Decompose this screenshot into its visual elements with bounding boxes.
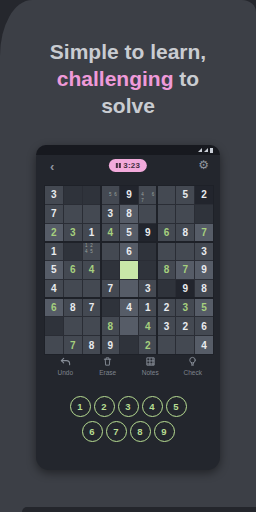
cell-r6c2[interactable] <box>64 280 82 298</box>
pencil-notes: 1245 <box>83 242 101 260</box>
numpad-button-3[interactable]: 3 <box>118 396 139 417</box>
cell-r8c2[interactable] <box>64 317 82 335</box>
back-button[interactable]: ‹ <box>50 160 54 173</box>
undo-label: Undo <box>57 369 73 376</box>
cell-r1c7[interactable] <box>158 186 176 204</box>
undo-icon <box>60 356 71 367</box>
erase-button[interactable]: Erase <box>87 356 130 376</box>
cell-r4c7[interactable] <box>158 242 176 260</box>
grid-icon <box>145 356 156 367</box>
cell-r4c4[interactable] <box>101 242 119 260</box>
cell-r9c3[interactable]: 8 <box>83 336 101 354</box>
cell-r3c5[interactable]: 5 <box>120 224 138 242</box>
cell-r1c3[interactable] <box>83 186 101 204</box>
lightbulb-icon <box>187 356 198 367</box>
cell-r9c9[interactable]: 4 <box>195 336 213 354</box>
cell-r6c6[interactable]: 3 <box>139 280 157 298</box>
cell-r9c2[interactable]: 7 <box>64 336 82 354</box>
cell-r1c9[interactable]: 2 <box>195 186 213 204</box>
pencil-notes: 467 <box>139 186 157 204</box>
settings-gear-icon[interactable]: ⚙ <box>198 158 209 172</box>
status-bar <box>36 145 220 155</box>
numpad-button-7[interactable]: 7 <box>106 421 127 442</box>
cell-r7c9[interactable]: 5 <box>195 299 213 317</box>
cell-r2c7[interactable] <box>158 205 176 223</box>
cell-r3c9[interactable]: 7 <box>195 224 213 242</box>
cell-r6c5[interactable] <box>120 280 138 298</box>
headline-highlight: challenging <box>57 67 174 90</box>
cell-r7c8[interactable]: 3 <box>176 299 194 317</box>
phone-mockup: ‹ 3:23 ⚙ 3569467527382314596871124563564… <box>36 145 220 470</box>
cell-r2c9[interactable] <box>195 205 213 223</box>
cell-r4c1[interactable]: 1 <box>45 242 63 260</box>
cell-r9c8[interactable] <box>176 336 194 354</box>
cell-r3c1[interactable]: 2 <box>45 224 63 242</box>
signal-icon <box>204 148 208 152</box>
cell-r7c5[interactable]: 4 <box>120 299 138 317</box>
pause-icon <box>116 163 121 168</box>
cell-r1c5[interactable]: 9 <box>120 186 138 204</box>
cell-r5c2[interactable]: 6 <box>64 261 82 279</box>
check-label: Check <box>184 369 202 376</box>
cell-r2c5[interactable]: 8 <box>120 205 138 223</box>
notes-button[interactable]: Notes <box>129 356 172 376</box>
cell-r8c7[interactable]: 3 <box>158 317 176 335</box>
numpad-button-8[interactable]: 8 <box>130 421 151 442</box>
cell-r8c5[interactable] <box>120 317 138 335</box>
cell-r2c8[interactable] <box>176 205 194 223</box>
cell-r5c5[interactable] <box>120 261 138 279</box>
cell-r5c8[interactable]: 7 <box>176 261 194 279</box>
toolbar: Undo Erase Notes Check <box>44 356 214 376</box>
wifi-icon <box>198 148 202 152</box>
cell-r5c6[interactable] <box>139 261 157 279</box>
cell-r4c2[interactable] <box>64 242 82 260</box>
battery-icon <box>210 148 213 153</box>
cell-r1c1[interactable]: 3 <box>45 186 63 204</box>
cell-r6c8[interactable]: 9 <box>176 280 194 298</box>
cell-r7c6[interactable]: 1 <box>139 299 157 317</box>
cell-r9c1[interactable] <box>45 336 63 354</box>
numpad-button-1[interactable]: 1 <box>70 396 91 417</box>
headline-line1: Simple to learn, <box>50 40 206 63</box>
numpad-row: 6789 <box>82 421 175 442</box>
erase-label: Erase <box>99 369 116 376</box>
cell-r6c7[interactable] <box>158 280 176 298</box>
cell-r6c9[interactable]: 8 <box>195 280 213 298</box>
cell-r7c7[interactable]: 2 <box>158 299 176 317</box>
cell-r8c4[interactable]: 8 <box>101 317 119 335</box>
numpad-button-9[interactable]: 9 <box>154 421 175 442</box>
cell-r5c7[interactable]: 8 <box>158 261 176 279</box>
cell-r8c3[interactable] <box>83 317 101 335</box>
numpad-button-4[interactable]: 4 <box>142 396 163 417</box>
cell-r3c8[interactable]: 8 <box>176 224 194 242</box>
cell-r1c6[interactable]: 467 <box>139 186 157 204</box>
cell-r4c3[interactable]: 1245 <box>83 242 101 260</box>
cell-r3c2[interactable]: 3 <box>64 224 82 242</box>
cell-r2c1[interactable]: 7 <box>45 205 63 223</box>
cell-r5c1[interactable]: 5 <box>45 261 63 279</box>
next-card-edge <box>22 507 256 512</box>
check-button[interactable]: Check <box>172 356 215 376</box>
headline-after: to <box>174 67 200 90</box>
numpad-button-6[interactable]: 6 <box>82 421 103 442</box>
cell-r5c9[interactable]: 9 <box>195 261 213 279</box>
numpad-button-2[interactable]: 2 <box>94 396 115 417</box>
cell-r9c6[interactable]: 2 <box>139 336 157 354</box>
headline: Simple to learn, challenging to solve <box>0 38 256 119</box>
cell-r2c6[interactable] <box>139 205 157 223</box>
cell-r6c1[interactable]: 4 <box>45 280 63 298</box>
cell-r1c8[interactable]: 5 <box>176 186 194 204</box>
trash-icon <box>102 356 113 367</box>
cell-r2c4[interactable]: 3 <box>101 205 119 223</box>
cell-r8c8[interactable]: 2 <box>176 317 194 335</box>
cell-r2c3[interactable] <box>83 205 101 223</box>
cell-r4c9[interactable]: 3 <box>195 242 213 260</box>
cell-r9c7[interactable] <box>158 336 176 354</box>
cell-r3c7[interactable]: 6 <box>158 224 176 242</box>
cell-r1c2[interactable] <box>64 186 82 204</box>
number-pad: 123456789 <box>36 396 220 442</box>
cell-r6c3[interactable] <box>83 280 101 298</box>
cell-r5c3[interactable]: 4 <box>83 261 101 279</box>
cell-r7c4[interactable] <box>101 299 119 317</box>
cell-r9c4[interactable]: 9 <box>101 336 119 354</box>
cell-r7c2[interactable]: 8 <box>64 299 82 317</box>
cell-r4c8[interactable] <box>176 242 194 260</box>
cell-r4c6[interactable] <box>139 242 157 260</box>
sudoku-board: 3569467527382314596871124563564879473986… <box>44 185 214 355</box>
cell-r4c5[interactable]: 6 <box>120 242 138 260</box>
notes-label: Notes <box>142 369 159 376</box>
cell-r6c4[interactable]: 7 <box>101 280 119 298</box>
cell-r3c4[interactable]: 4 <box>101 224 119 242</box>
cell-r5c4[interactable] <box>101 261 119 279</box>
cell-r9c5[interactable] <box>120 336 138 354</box>
numpad-row: 12345 <box>70 396 187 417</box>
numpad-button-5[interactable]: 5 <box>166 396 187 417</box>
timer-pill[interactable]: 3:23 <box>109 159 147 172</box>
cell-r1c4[interactable]: 56 <box>101 186 119 204</box>
cell-r7c1[interactable]: 6 <box>45 299 63 317</box>
headline-line3: solve <box>101 94 155 117</box>
cell-r3c6[interactable]: 9 <box>139 224 157 242</box>
cell-r7c3[interactable]: 7 <box>83 299 101 317</box>
cell-r8c6[interactable]: 4 <box>139 317 157 335</box>
cell-r8c1[interactable] <box>45 317 63 335</box>
undo-button[interactable]: Undo <box>44 356 87 376</box>
pencil-notes: 56 <box>101 186 119 204</box>
cell-r8c9[interactable]: 6 <box>195 317 213 335</box>
cell-r2c2[interactable] <box>64 205 82 223</box>
cell-r3c3[interactable]: 1 <box>83 224 101 242</box>
timer-value: 3:23 <box>123 161 140 170</box>
